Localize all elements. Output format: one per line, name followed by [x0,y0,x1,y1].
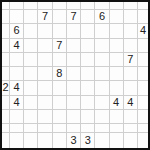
cell-r0c6[interactable] [81,2,95,10]
cell-r0c3[interactable] [38,2,52,10]
cell-r6c5[interactable] [67,81,81,95]
cell-r7c9[interactable]: 4 [124,96,138,110]
cell-r7c0[interactable] [2,96,10,110]
cell-r3c9[interactable] [124,39,138,53]
clue-number: 7 [56,40,62,51]
cell-r3c8[interactable] [110,39,124,53]
cell-r0c8[interactable] [110,2,124,10]
cell-r10c10[interactable] [138,133,148,148]
cell-r8c3[interactable] [38,110,52,124]
cell-r2c2[interactable] [24,24,38,38]
cell-r8c2[interactable] [24,110,38,124]
cell-r2c6[interactable] [81,24,95,38]
cell-r0c1[interactable] [10,2,24,10]
cell-r5c10[interactable] [138,67,148,81]
cell-r6c2[interactable] [24,81,38,95]
cell-r4c3[interactable] [38,53,52,67]
cell-r7c5[interactable] [67,96,81,110]
clue-number: 2 [2,82,8,93]
clue-number: 4 [14,97,20,108]
cell-r8c10[interactable] [138,110,148,124]
cell-r6c10[interactable] [138,81,148,95]
clue-number: 6 [14,25,20,36]
cell-r3c0[interactable] [2,39,10,53]
cell-r2c10[interactable]: 4 [138,24,148,38]
cell-r7c3[interactable] [38,96,52,110]
puzzle-board: 7766447782444433 [0,0,150,150]
cell-r3c3[interactable] [38,39,52,53]
cell-r2c7[interactable] [95,24,109,38]
cell-r5c1[interactable] [10,67,24,81]
clue-number: 7 [127,54,133,65]
cell-r8c5[interactable] [67,110,81,124]
cell-r1c0[interactable] [2,10,10,24]
cell-r2c4[interactable] [53,24,67,38]
clue-number: 3 [85,135,91,146]
cell-r9c5[interactable] [67,124,81,133]
cell-r5c7[interactable] [95,67,109,81]
cell-r1c1[interactable] [10,10,24,24]
clue-number: 7 [42,11,48,22]
cell-r10c0[interactable] [2,133,10,148]
clue-number: 4 [14,82,20,93]
cell-r3c2[interactable] [24,39,38,53]
cell-r6c3[interactable] [38,81,52,95]
cell-r2c3[interactable] [38,24,52,38]
cell-r4c10[interactable] [138,53,148,67]
cell-r7c10[interactable] [138,96,148,110]
cell-r5c5[interactable] [67,67,81,81]
cell-r6c0[interactable]: 2 [2,81,10,95]
cell-r0c0[interactable] [2,2,10,10]
cell-r7c7[interactable] [95,96,109,110]
cell-r8c0[interactable] [2,110,10,124]
cell-r3c1[interactable]: 4 [10,39,24,53]
cell-r7c4[interactable] [53,96,67,110]
cell-r6c6[interactable] [81,81,95,95]
cell-r6c7[interactable] [95,81,109,95]
cell-r0c10[interactable] [138,2,148,10]
clue-number: 7 [70,11,76,22]
cell-r1c4[interactable] [53,10,67,24]
cell-r9c8[interactable] [110,124,124,133]
cell-r5c8[interactable] [110,67,124,81]
cell-r9c9[interactable] [124,124,138,133]
cell-r9c3[interactable] [38,124,52,133]
cell-r10c6[interactable]: 3 [81,133,95,148]
cell-r7c2[interactable] [24,96,38,110]
cell-r3c6[interactable] [81,39,95,53]
cell-r3c10[interactable] [138,39,148,53]
cell-r0c9[interactable] [124,2,138,10]
cell-r7c8[interactable]: 4 [110,96,124,110]
cell-r9c1[interactable] [10,124,24,133]
cell-r9c6[interactable] [81,124,95,133]
cell-r4c1[interactable] [10,53,24,67]
clue-number: 6 [99,11,105,22]
cell-r5c9[interactable] [124,67,138,81]
cell-r0c7[interactable] [95,2,109,10]
cell-r6c8[interactable] [110,81,124,95]
cell-r0c4[interactable] [53,2,67,10]
cell-r8c4[interactable] [53,110,67,124]
cell-r2c1[interactable]: 6 [10,24,24,38]
cell-r6c4[interactable] [53,81,67,95]
cell-r8c7[interactable] [95,110,109,124]
cell-r0c2[interactable] [24,2,38,10]
cell-r10c7[interactable] [95,133,109,148]
cell-r1c7[interactable]: 6 [95,10,109,24]
cell-r1c2[interactable] [24,10,38,24]
cell-r2c9[interactable] [124,24,138,38]
cell-r5c0[interactable] [2,67,10,81]
cell-r2c8[interactable] [110,24,124,38]
cell-r6c1[interactable]: 4 [10,81,24,95]
cell-r5c3[interactable] [38,67,52,81]
cell-r1c5[interactable]: 7 [67,10,81,24]
cell-r9c0[interactable] [2,124,10,133]
cell-r3c4[interactable]: 7 [53,39,67,53]
cell-r7c1[interactable]: 4 [10,96,24,110]
clue-number: 4 [140,25,146,36]
cell-r1c3[interactable]: 7 [38,10,52,24]
clue-number: 8 [56,68,62,79]
cell-r0c5[interactable] [67,2,81,10]
cell-r9c2[interactable] [24,124,38,133]
cell-r4c9[interactable]: 7 [124,53,138,67]
cell-r4c2[interactable] [24,53,38,67]
cell-r5c6[interactable] [81,67,95,81]
cell-r1c8[interactable] [110,10,124,24]
cell-r7c6[interactable] [81,96,95,110]
cell-r4c0[interactable] [2,53,10,67]
cell-r10c1[interactable] [10,133,24,148]
cell-r10c5[interactable]: 3 [67,133,81,148]
cell-r6c9[interactable] [124,81,138,95]
cell-r1c6[interactable] [81,10,95,24]
cell-r9c4[interactable] [53,124,67,133]
cell-r1c9[interactable] [124,10,138,24]
cell-r4c7[interactable] [95,53,109,67]
cell-r8c9[interactable] [124,110,138,124]
cell-r4c5[interactable] [67,53,81,67]
cell-r10c8[interactable] [110,133,124,148]
cell-r2c0[interactable] [2,24,10,38]
cell-r4c6[interactable] [81,53,95,67]
cell-r4c8[interactable] [110,53,124,67]
cell-r10c4[interactable] [53,133,67,148]
cell-r3c7[interactable] [95,39,109,53]
cell-r10c3[interactable] [38,133,52,148]
cell-r4c4[interactable] [53,53,67,67]
clue-number: 4 [14,40,20,51]
clue-number: 4 [113,97,119,108]
clue-number: 3 [70,135,76,146]
clue-number: 4 [127,97,133,108]
cell-r5c2[interactable] [24,67,38,81]
cell-r3c5[interactable] [67,39,81,53]
cell-r9c7[interactable] [95,124,109,133]
cell-r8c8[interactable] [110,110,124,124]
cell-r9c10[interactable] [138,124,148,133]
cell-r1c10[interactable] [138,10,148,24]
cell-r5c4[interactable]: 8 [53,67,67,81]
cell-r2c5[interactable] [67,24,81,38]
cell-r10c2[interactable] [24,133,38,148]
cell-r8c6[interactable] [81,110,95,124]
cell-r8c1[interactable] [10,110,24,124]
cell-r10c9[interactable] [124,133,138,148]
